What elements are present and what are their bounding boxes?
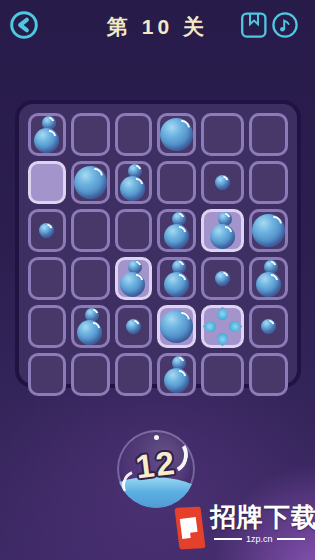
board-cell-r3c2[interactable] <box>71 209 110 252</box>
watermark-text: 招牌下载 <box>210 503 315 533</box>
droplet-icon <box>215 331 231 347</box>
droplet-icon <box>227 319 243 335</box>
large-bubble <box>160 118 193 151</box>
board-cell-r4c2[interactable] <box>71 257 110 300</box>
board-cell-r5c3[interactable] <box>115 305 153 348</box>
board-cell-r1c2[interactable] <box>71 113 110 156</box>
board-cell-r1c1[interactable] <box>28 113 66 156</box>
board <box>15 100 301 388</box>
small-bubble <box>215 271 230 286</box>
double-bubble <box>162 260 192 297</box>
board-cell-r4c3[interactable] <box>115 257 153 300</box>
board-cell-r3c5[interactable] <box>201 209 244 252</box>
double-bubble <box>208 212 238 249</box>
board-cell-r1c5[interactable] <box>201 113 244 156</box>
board-cell-r5c5[interactable] <box>201 305 244 348</box>
music-button[interactable] <box>271 11 299 39</box>
large-bubble <box>74 166 107 199</box>
board-cell-r3c3[interactable] <box>115 209 153 252</box>
double-bubble <box>32 116 62 153</box>
watermark-site: 1zp.cn <box>210 534 315 544</box>
counter-bubble: 12 <box>117 430 195 508</box>
board-cell-r2c3[interactable] <box>115 161 153 204</box>
double-bubble <box>162 212 192 249</box>
board-cell-r1c4[interactable] <box>157 113 196 156</box>
small-bubble <box>39 223 54 238</box>
board-cell-r2c6[interactable] <box>249 161 288 204</box>
bookmark-button[interactable] <box>240 11 268 39</box>
board-cell-r6c4[interactable] <box>157 353 196 396</box>
droplet-icon <box>203 319 219 335</box>
board-cell-r5c4[interactable] <box>157 305 196 348</box>
board-cell-r2c5[interactable] <box>201 161 244 204</box>
board-cell-r5c1[interactable] <box>28 305 66 348</box>
double-bubble <box>118 164 148 201</box>
bookmark-box-icon <box>240 11 268 39</box>
small-bubble <box>261 319 276 334</box>
bubble-highlight-dot <box>154 435 159 440</box>
board-cell-r2c2[interactable] <box>71 161 110 204</box>
board-cell-r1c6[interactable] <box>249 113 288 156</box>
board-cell-r6c3[interactable] <box>115 353 153 396</box>
double-bubble <box>254 260 284 297</box>
board-cell-r6c6[interactable] <box>249 353 288 396</box>
double-bubble <box>75 308 105 345</box>
burst-droplets-icon <box>204 308 241 345</box>
droplet-icon <box>215 307 231 323</box>
board-cell-r2c1[interactable] <box>28 161 66 204</box>
board-cell-r6c1[interactable] <box>28 353 66 396</box>
board-cell-r5c6[interactable] <box>249 305 288 348</box>
board-cell-r2c4[interactable] <box>157 161 196 204</box>
board-cell-r3c1[interactable] <box>28 209 66 252</box>
board-cell-r4c5[interactable] <box>201 257 244 300</box>
board-cell-r4c4[interactable] <box>157 257 196 300</box>
music-note-circle-icon <box>271 11 299 39</box>
board-cell-r6c5[interactable] <box>201 353 244 396</box>
watermark-cube-logo-icon <box>176 503 207 555</box>
board-cell-r4c6[interactable] <box>249 257 288 300</box>
board-cell-r6c2[interactable] <box>71 353 110 396</box>
board-cell-r3c6[interactable] <box>249 209 288 252</box>
small-bubble <box>215 175 230 190</box>
double-bubble <box>162 356 192 393</box>
board-cell-r1c3[interactable] <box>115 113 153 156</box>
board-cell-r3c4[interactable] <box>157 209 196 252</box>
board-cell-r5c2[interactable] <box>71 305 110 348</box>
small-bubble <box>126 319 141 334</box>
board-cell-r4c1[interactable] <box>28 257 66 300</box>
game-screen: 第 10 关 12 招牌下载 1z <box>0 0 315 560</box>
watermark: 招牌下载 1zp.cn <box>176 503 315 555</box>
large-bubble <box>252 214 285 247</box>
large-bubble <box>160 310 193 343</box>
double-bubble <box>118 260 148 297</box>
